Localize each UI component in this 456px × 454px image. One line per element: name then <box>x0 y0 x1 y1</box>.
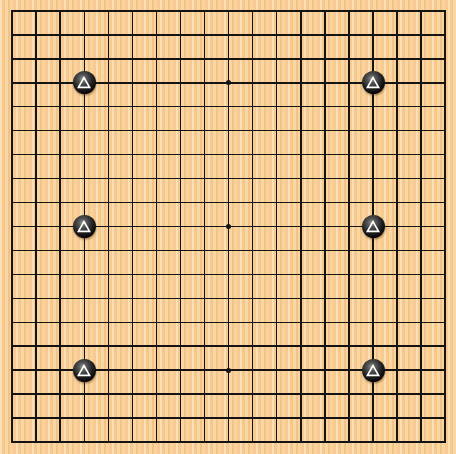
grid-line-vertical <box>348 10 349 443</box>
triangle-mark-icon <box>77 76 91 89</box>
black-stone-Q16[interactable] <box>362 71 385 94</box>
black-stone-Q10[interactable] <box>362 215 385 238</box>
grid-line-horizontal <box>11 393 446 394</box>
grid-line-vertical <box>276 10 277 443</box>
black-stone-D4[interactable] <box>73 359 96 382</box>
grid-line-vertical <box>444 10 446 443</box>
triangle-mark-icon <box>366 76 380 89</box>
grid-line-horizontal <box>11 322 446 323</box>
grid-line-vertical <box>324 10 325 443</box>
triangle-mark-icon <box>366 364 380 377</box>
grid-line-horizontal <box>11 298 446 299</box>
black-stone-Q4[interactable] <box>362 359 385 382</box>
triangle-mark-icon <box>77 364 91 377</box>
grid-line-horizontal <box>11 345 446 346</box>
grid-line-vertical <box>396 10 397 443</box>
grid-line-horizontal <box>11 417 446 418</box>
triangle-mark-icon <box>366 220 380 233</box>
black-stone-D16[interactable] <box>73 71 96 94</box>
star-point <box>226 80 231 85</box>
grid-line-horizontal <box>11 274 446 275</box>
triangle-mark-icon <box>77 220 91 233</box>
grid-line-vertical <box>300 10 301 443</box>
grid-line-vertical <box>252 10 253 443</box>
black-stone-D10[interactable] <box>73 215 96 238</box>
go-board[interactable] <box>0 0 456 454</box>
grid-line-horizontal <box>11 250 446 251</box>
star-point <box>226 368 231 373</box>
grid-line-horizontal <box>11 441 446 443</box>
grid-line-vertical <box>420 10 421 443</box>
star-point <box>226 224 231 229</box>
